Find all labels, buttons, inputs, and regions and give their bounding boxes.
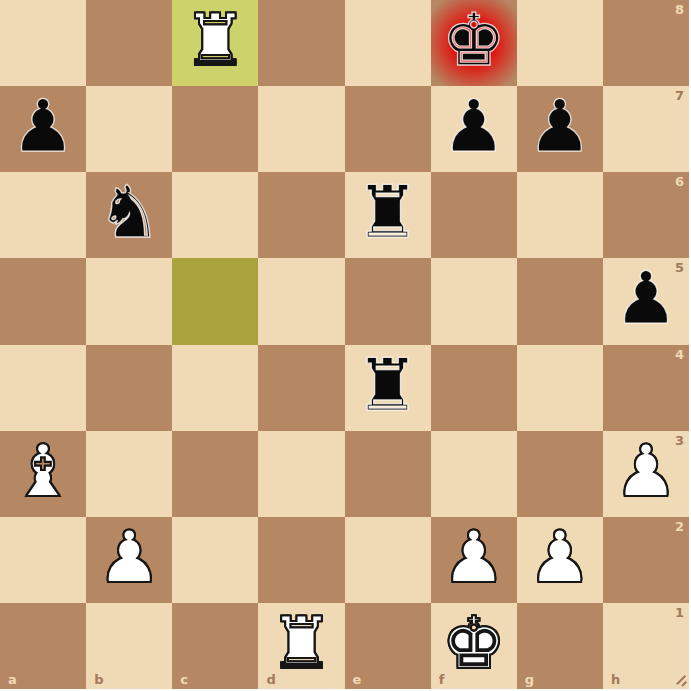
piece-white-pawn[interactable]: ♟ — [441, 514, 506, 600]
piece-black-pawn[interactable]: ♟ — [11, 83, 76, 169]
square-h6[interactable]: 6 — [603, 172, 689, 258]
piece-white-pawn[interactable]: ♟ — [614, 428, 679, 514]
square-a3[interactable]: ♝ — [0, 431, 86, 517]
square-a7[interactable]: ♟ — [0, 86, 86, 172]
square-g8[interactable] — [517, 0, 603, 86]
piece-black-pawn[interactable]: ♟ — [441, 83, 506, 169]
square-e3[interactable] — [345, 431, 431, 517]
square-h7[interactable]: 7 — [603, 86, 689, 172]
chess-board: ♜♚8♟♟♟7♞♜6♟5♜4♝♟3♟♟♟2abc♜de♚fgh1 — [0, 0, 689, 689]
square-b4[interactable] — [86, 345, 172, 431]
file-label-h: h — [611, 672, 620, 687]
square-a1[interactable]: a — [0, 603, 86, 689]
square-c4[interactable] — [172, 345, 258, 431]
square-a6[interactable] — [0, 172, 86, 258]
resize-handle-icon[interactable] — [673, 673, 687, 687]
piece-white-king[interactable]: ♚ — [441, 600, 506, 686]
rank-label-8: 8 — [675, 2, 684, 17]
square-c3[interactable] — [172, 431, 258, 517]
square-b8[interactable] — [86, 0, 172, 86]
file-label-e: e — [353, 672, 362, 687]
rank-label-7: 7 — [675, 88, 684, 103]
rank-label-4: 4 — [675, 347, 684, 362]
square-g1[interactable]: g — [517, 603, 603, 689]
square-e1[interactable]: e — [345, 603, 431, 689]
square-g6[interactable] — [517, 172, 603, 258]
square-h5[interactable]: ♟5 — [603, 258, 689, 344]
square-f4[interactable] — [431, 345, 517, 431]
square-c5[interactable] — [172, 258, 258, 344]
square-f2[interactable]: ♟ — [431, 517, 517, 603]
square-a8[interactable] — [0, 0, 86, 86]
square-d1[interactable]: ♜d — [258, 603, 344, 689]
square-b1[interactable]: b — [86, 603, 172, 689]
square-d5[interactable] — [258, 258, 344, 344]
square-c1[interactable]: c — [172, 603, 258, 689]
piece-white-bishop[interactable]: ♝ — [11, 428, 76, 514]
piece-black-pawn[interactable]: ♟ — [614, 255, 679, 341]
file-label-c: c — [180, 672, 188, 687]
square-g5[interactable] — [517, 258, 603, 344]
piece-white-pawn[interactable]: ♟ — [97, 514, 162, 600]
square-e8[interactable] — [345, 0, 431, 86]
square-g4[interactable] — [517, 345, 603, 431]
square-a4[interactable] — [0, 345, 86, 431]
square-d3[interactable] — [258, 431, 344, 517]
square-f5[interactable] — [431, 258, 517, 344]
square-g7[interactable]: ♟ — [517, 86, 603, 172]
square-d8[interactable] — [258, 0, 344, 86]
square-b2[interactable]: ♟ — [86, 517, 172, 603]
square-b6[interactable]: ♞ — [86, 172, 172, 258]
file-label-g: g — [525, 672, 534, 687]
square-b3[interactable] — [86, 431, 172, 517]
piece-black-king[interactable]: ♚ — [441, 0, 506, 83]
rank-label-2: 2 — [675, 519, 684, 534]
square-f1[interactable]: ♚f — [431, 603, 517, 689]
piece-black-pawn[interactable]: ♟ — [528, 83, 593, 169]
piece-white-rook[interactable]: ♜ — [269, 600, 334, 686]
piece-black-knight[interactable]: ♞ — [97, 169, 162, 255]
square-d4[interactable] — [258, 345, 344, 431]
square-h3[interactable]: ♟3 — [603, 431, 689, 517]
square-e4[interactable]: ♜ — [345, 345, 431, 431]
square-d7[interactable] — [258, 86, 344, 172]
square-f6[interactable] — [431, 172, 517, 258]
square-g2[interactable]: ♟ — [517, 517, 603, 603]
file-label-b: b — [94, 672, 103, 687]
square-h4[interactable]: 4 — [603, 345, 689, 431]
square-a2[interactable] — [0, 517, 86, 603]
square-c6[interactable] — [172, 172, 258, 258]
file-label-a: a — [8, 672, 17, 687]
rank-label-1: 1 — [675, 605, 684, 620]
square-c8[interactable]: ♜ — [172, 0, 258, 86]
square-a5[interactable] — [0, 258, 86, 344]
piece-white-rook[interactable]: ♜ — [183, 0, 248, 83]
piece-white-pawn[interactable]: ♟ — [528, 514, 593, 600]
piece-black-rook[interactable]: ♜ — [355, 169, 420, 255]
square-h8[interactable]: 8 — [603, 0, 689, 86]
rank-label-6: 6 — [675, 174, 684, 189]
square-b5[interactable] — [86, 258, 172, 344]
square-c7[interactable] — [172, 86, 258, 172]
square-c2[interactable] — [172, 517, 258, 603]
square-f3[interactable] — [431, 431, 517, 517]
square-d6[interactable] — [258, 172, 344, 258]
square-b7[interactable] — [86, 86, 172, 172]
square-e5[interactable] — [345, 258, 431, 344]
square-g3[interactable] — [517, 431, 603, 517]
square-e6[interactable]: ♜ — [345, 172, 431, 258]
piece-black-rook[interactable]: ♜ — [355, 342, 420, 428]
square-e2[interactable] — [345, 517, 431, 603]
square-f8[interactable]: ♚ — [431, 0, 517, 86]
square-e7[interactable] — [345, 86, 431, 172]
square-d2[interactable] — [258, 517, 344, 603]
square-f7[interactable]: ♟ — [431, 86, 517, 172]
square-h2[interactable]: 2 — [603, 517, 689, 603]
